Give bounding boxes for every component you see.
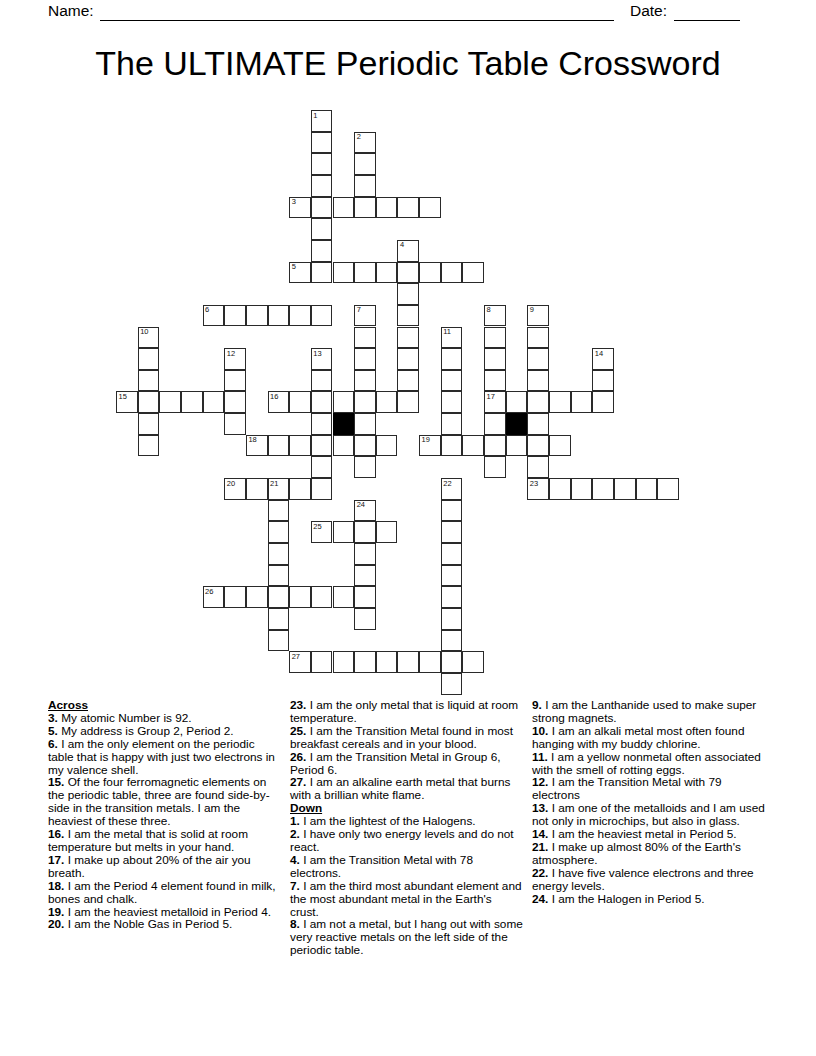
grid-cell-r25c8[interactable]: 27 xyxy=(289,651,311,673)
clue-number-label: 17. xyxy=(48,853,68,867)
grid-cell-r9c5[interactable] xyxy=(224,305,246,327)
grid-cell-r11c1[interactable] xyxy=(138,348,160,370)
header: Name: Date: xyxy=(48,2,740,21)
clue-8: 8. I am not a metal, but I hang out with… xyxy=(290,918,523,957)
grid-cell-r11c13[interactable] xyxy=(397,348,419,370)
grid-cell-r25c16[interactable] xyxy=(462,651,484,673)
grid-cell-r21c7[interactable] xyxy=(268,565,290,587)
black-cell xyxy=(506,413,528,435)
grid-cell-r14c5[interactable] xyxy=(224,413,246,435)
clue-number-3: 3 xyxy=(292,198,296,206)
grid-cell-r25c13[interactable] xyxy=(397,651,419,673)
clue-number-24: 24 xyxy=(357,501,365,509)
grid-cell-r5c9[interactable] xyxy=(311,218,333,240)
clue-15: 15. Of the four ferromagnetic elements o… xyxy=(48,776,281,828)
grid-cell-r11c11[interactable] xyxy=(354,348,376,370)
clue-number-27: 27 xyxy=(292,653,300,661)
grid-cell-r12c15[interactable] xyxy=(441,370,463,392)
grid-cell-r13c7[interactable]: 16 xyxy=(268,391,290,413)
grid-cell-r7c13[interactable] xyxy=(397,262,419,284)
grid-cell-r17c15[interactable]: 22 xyxy=(441,478,463,500)
grid-cell-r17c7[interactable]: 21 xyxy=(268,478,290,500)
clue-6: 6. I am the only element on the periodic… xyxy=(48,738,281,777)
grid-cell-r7c14[interactable] xyxy=(419,262,441,284)
clue-number-label: 22. xyxy=(532,866,552,880)
grid-cell-r12c1[interactable] xyxy=(138,370,160,392)
grid-cell-r16c19[interactable] xyxy=(527,456,549,478)
grid-cell-r7c16[interactable] xyxy=(462,262,484,284)
grid-cell-r13c2[interactable] xyxy=(159,391,181,413)
grid-cell-r26c15[interactable] xyxy=(441,673,463,695)
clue-number-label: 2. xyxy=(290,827,303,841)
clue-4: 4. I am the Transition Metal with 78 ele… xyxy=(290,854,523,880)
clue-number-label: 14. xyxy=(532,827,552,841)
grid-cell-r10c17[interactable] xyxy=(484,327,506,349)
grid-cell-r13c12[interactable] xyxy=(376,391,398,413)
grid-cell-r11c15[interactable] xyxy=(441,348,463,370)
clue-number-21: 21 xyxy=(270,480,278,488)
grid-cell-r12c22[interactable] xyxy=(592,370,614,392)
grid-cell-r17c19[interactable]: 23 xyxy=(527,478,549,500)
clue-number-14: 14 xyxy=(595,350,603,358)
clue-number-10: 10 xyxy=(140,328,148,336)
clue-number-16: 16 xyxy=(270,393,278,401)
grid-cell-r12c5[interactable] xyxy=(224,370,246,392)
grid-cell-r20c15[interactable] xyxy=(441,543,463,565)
grid-cell-r15c11[interactable] xyxy=(354,435,376,457)
clue-number-26: 26 xyxy=(205,588,213,596)
grid-cell-r16c9[interactable] xyxy=(311,456,333,478)
grid-cell-r13c10[interactable] xyxy=(333,391,355,413)
clue-9: 9. I am the Lanthanide used to make supe… xyxy=(532,699,765,725)
grid-cell-r15c16[interactable] xyxy=(462,435,484,457)
clue-number-label: 26. xyxy=(290,750,310,764)
clue-27: 27. I am an alkaline earth metal that bu… xyxy=(290,776,523,802)
clue-column-down: 9. I am the Lanthanide used to make supe… xyxy=(532,699,765,957)
grid-cell-r17c21[interactable] xyxy=(571,478,593,500)
grid-cell-r22c6[interactable] xyxy=(246,586,268,608)
grid-cell-r23c11[interactable] xyxy=(354,608,376,630)
clue-column-across: Across3. My atomic Number is 92.5. My ad… xyxy=(48,699,281,957)
grid-cell-r13c22[interactable] xyxy=(592,391,614,413)
grid-cell-r13c11[interactable] xyxy=(354,391,376,413)
clue-10: 10. I am an alkali metal most often foun… xyxy=(532,725,765,751)
grid-cell-r15c19[interactable] xyxy=(527,435,549,457)
grid-cell-r9c11[interactable]: 7 xyxy=(354,305,376,327)
clue-number-label: 21. xyxy=(532,840,552,854)
grid-cell-r22c15[interactable] xyxy=(441,586,463,608)
clue-number-label: 1. xyxy=(290,814,303,828)
grid-cell-r13c15[interactable] xyxy=(441,391,463,413)
grid-cell-r3c11[interactable] xyxy=(354,175,376,197)
grid-cell-r14c1[interactable] xyxy=(138,413,160,435)
clue-number-22: 22 xyxy=(443,480,451,488)
grid-cell-r12c19[interactable] xyxy=(527,370,549,392)
grid-cell-r11c17[interactable] xyxy=(484,348,506,370)
clue-number-label: 10. xyxy=(532,724,552,738)
clue-number-label: 12. xyxy=(532,775,552,789)
grid-cell-r25c11[interactable] xyxy=(354,651,376,673)
grid-cell-r11c5[interactable]: 12 xyxy=(224,348,246,370)
date-label: Date: xyxy=(630,2,667,21)
clue-number-13: 13 xyxy=(313,350,321,358)
grid-cell-r22c7[interactable] xyxy=(268,586,290,608)
grid-cell-r7c8[interactable]: 5 xyxy=(289,262,311,284)
grid-cell-r17c20[interactable] xyxy=(549,478,571,500)
grid-cell-r6c9[interactable] xyxy=(311,240,333,262)
grid-cell-r17c8[interactable] xyxy=(289,478,311,500)
clue-number-label: 15. xyxy=(48,775,68,789)
grid-cell-r12c17[interactable] xyxy=(484,370,506,392)
grid-cell-r22c11[interactable] xyxy=(354,586,376,608)
clue-2: 2. I have only two energy levels and do … xyxy=(290,828,523,854)
clue-number-label: 27. xyxy=(290,775,310,789)
grid-cell-r10c1[interactable]: 10 xyxy=(138,327,160,349)
clue-number-label: 24. xyxy=(532,892,552,906)
crossword-grid: 1234567891011121314151617181920212223242… xyxy=(116,110,679,695)
clue-number-label: 5. xyxy=(48,724,61,738)
grid-cell-r14c11[interactable] xyxy=(354,413,376,435)
grid-cell-r12c13[interactable] xyxy=(397,370,419,392)
grid-cell-r18c11[interactable]: 24 xyxy=(354,500,376,522)
grid-cell-r13c0[interactable]: 15 xyxy=(116,391,138,413)
grid-cell-r22c4[interactable]: 26 xyxy=(203,586,225,608)
grid-cell-r9c9[interactable] xyxy=(311,305,333,327)
grid-cell-r13c3[interactable] xyxy=(181,391,203,413)
grid-cell-r15c1[interactable] xyxy=(138,435,160,457)
grid-cell-r25c12[interactable] xyxy=(376,651,398,673)
grid-cell-r7c11[interactable] xyxy=(354,262,376,284)
grid-cell-r19c11[interactable] xyxy=(354,521,376,543)
clue-number-label: 25. xyxy=(290,724,310,738)
clue-number-5: 5 xyxy=(292,263,296,271)
clue-number-8: 8 xyxy=(487,306,491,314)
grid-cell-r13c21[interactable] xyxy=(571,391,593,413)
clue-5: 5. My address is Group 2, Period 2. xyxy=(48,725,281,738)
clue-number-label: 13. xyxy=(532,801,552,815)
grid-cell-r9c7[interactable] xyxy=(268,305,290,327)
clue-26: 26. I am the Transition Metal in Group 6… xyxy=(290,751,523,777)
clue-7: 7. I am the third most abundant element … xyxy=(290,880,523,919)
grid-cell-r9c4[interactable]: 6 xyxy=(203,305,225,327)
grid-cell-r13c17[interactable]: 17 xyxy=(484,391,506,413)
clue-number-label: 7. xyxy=(290,879,303,893)
black-cell xyxy=(333,413,355,435)
grid-cell-r16c11[interactable] xyxy=(354,456,376,478)
clue-number-label: 4. xyxy=(290,853,303,867)
clue-number-9: 9 xyxy=(530,306,534,314)
clue-number-label: 8. xyxy=(290,917,303,931)
grid-cell-r15c9[interactable] xyxy=(311,435,333,457)
grid-cell-r6c13[interactable]: 4 xyxy=(397,240,419,262)
grid-cell-r25c10[interactable] xyxy=(333,651,355,673)
grid-cell-r22c5[interactable] xyxy=(224,586,246,608)
clue-number-label: 16. xyxy=(48,827,68,841)
grid-cell-r10c19[interactable] xyxy=(527,327,549,349)
grid-cell-r17c22[interactable] xyxy=(592,478,614,500)
grid-cell-r18c7[interactable] xyxy=(268,500,290,522)
grid-cell-r7c10[interactable] xyxy=(333,262,355,284)
clue-number-15: 15 xyxy=(119,393,127,401)
grid-cell-r20c11[interactable] xyxy=(354,543,376,565)
grid-cell-r4c11[interactable] xyxy=(354,197,376,219)
grid-cell-r14c15[interactable] xyxy=(441,413,463,435)
grid-cell-r1c9[interactable] xyxy=(311,132,333,154)
grid-cell-r13c9[interactable] xyxy=(311,391,333,413)
grid-cell-r20c7[interactable] xyxy=(268,543,290,565)
clue-number-23: 23 xyxy=(530,480,538,488)
grid-cell-r25c14[interactable] xyxy=(419,651,441,673)
grid-cell-r23c7[interactable] xyxy=(268,608,290,630)
grid-cell-r9c8[interactable] xyxy=(289,305,311,327)
grid-cell-r24c7[interactable] xyxy=(268,630,290,652)
grid-cell-r17c5[interactable]: 20 xyxy=(224,478,246,500)
grid-cell-r11c9[interactable]: 13 xyxy=(311,348,333,370)
grid-cell-r9c19[interactable]: 9 xyxy=(527,305,549,327)
grid-cell-r21c15[interactable] xyxy=(441,565,463,587)
grid-cell-r13c8[interactable] xyxy=(289,391,311,413)
grid-cell-r4c12[interactable] xyxy=(376,197,398,219)
grid-cell-r19c9[interactable]: 25 xyxy=(311,521,333,543)
clue-16: 16. I am the metal that is solid at room… xyxy=(48,828,281,854)
clue-21: 21. I make up almost 80% of the Earth's … xyxy=(532,841,765,867)
clue-number-label: 9. xyxy=(532,698,545,712)
grid-cell-r9c17[interactable]: 8 xyxy=(484,305,506,327)
grid-cell-r7c15[interactable] xyxy=(441,262,463,284)
grid-cell-r12c9[interactable] xyxy=(311,370,333,392)
grid-cell-r15c8[interactable] xyxy=(289,435,311,457)
grid-cell-r15c15[interactable] xyxy=(441,435,463,457)
clue-13: 13. I am one of the metalloids and I am … xyxy=(532,802,765,828)
grid-cell-r16c17[interactable] xyxy=(484,456,506,478)
grid-cell-r18c15[interactable] xyxy=(441,500,463,522)
grid-cell-r19c10[interactable] xyxy=(333,521,355,543)
clue-12: 12. I am the Transition Metal with 79 el… xyxy=(532,776,765,802)
clue-23: 23. I am the only metal that is liquid a… xyxy=(290,699,523,725)
grid-cell-r25c9[interactable] xyxy=(311,651,333,673)
clue-number-17: 17 xyxy=(487,393,495,401)
grid-cell-r13c18[interactable] xyxy=(506,391,528,413)
clue-number-label: 11. xyxy=(532,750,551,764)
grid-cell-r2c11[interactable] xyxy=(354,153,376,175)
grid-cell-r4c10[interactable] xyxy=(333,197,355,219)
clue-number-label: 23. xyxy=(290,698,310,712)
grid-cell-r17c9[interactable] xyxy=(311,478,333,500)
clue-number-12: 12 xyxy=(227,350,235,358)
grid-cell-r15c17[interactable] xyxy=(484,435,506,457)
grid-cell-r13c4[interactable] xyxy=(203,391,225,413)
grid-cell-r15c10[interactable] xyxy=(333,435,355,457)
grid-cell-r17c25[interactable] xyxy=(657,478,679,500)
grid-cell-r8c13[interactable] xyxy=(397,283,419,305)
name-label: Name: xyxy=(48,2,94,21)
clue-number-25: 25 xyxy=(313,523,321,531)
grid-cell-r15c14[interactable]: 19 xyxy=(419,435,441,457)
clue-number-label: 18. xyxy=(48,879,68,893)
grid-cell-r10c13[interactable] xyxy=(397,327,419,349)
clue-number-20: 20 xyxy=(227,480,235,488)
clue-number-1: 1 xyxy=(313,112,317,120)
grid-cell-r15c6[interactable]: 18 xyxy=(246,435,268,457)
grid-cell-r19c7[interactable] xyxy=(268,521,290,543)
page-title: The ULTIMATE Periodic Table Crossword xyxy=(0,44,816,83)
grid-cell-r19c15[interactable] xyxy=(441,521,463,543)
grid-cell-r23c15[interactable] xyxy=(441,608,463,630)
worksheet-page: Name: Date: The ULTIMATE Periodic Table … xyxy=(0,0,816,1056)
grid-cell-r4c8[interactable]: 3 xyxy=(289,197,311,219)
clue-20: 20. I am the Noble Gas in Period 5. xyxy=(48,918,281,931)
grid-cell-r13c13[interactable] xyxy=(397,391,419,413)
clue-number-19: 19 xyxy=(422,436,430,444)
date-input-line[interactable] xyxy=(674,4,740,21)
clue-3: 3. My atomic Number is 92. xyxy=(48,712,281,725)
clue-column-middle: 23. I am the only metal that is liquid a… xyxy=(290,699,523,957)
grid-cell-r4c14[interactable] xyxy=(419,197,441,219)
grid-cell-r11c19[interactable] xyxy=(527,348,549,370)
grid-cell-r13c5[interactable] xyxy=(224,391,246,413)
grid-cell-r7c12[interactable] xyxy=(376,262,398,284)
grid-cell-r10c15[interactable]: 11 xyxy=(441,327,463,349)
grid-cell-r17c24[interactable] xyxy=(636,478,658,500)
clue-25: 25. I am the Transition Metal found in m… xyxy=(290,725,523,751)
grid-cell-r12c11[interactable] xyxy=(354,370,376,392)
grid-cell-r22c9[interactable] xyxy=(311,586,333,608)
grid-cell-r15c18[interactable] xyxy=(506,435,528,457)
clue-18: 18. I am the Period 4 element found in m… xyxy=(48,880,281,906)
grid-cell-r24c15[interactable] xyxy=(441,630,463,652)
grid-cell-r3c9[interactable] xyxy=(311,175,333,197)
clue-11: 11. I am a yellow nonmetal often associa… xyxy=(532,751,765,777)
grid-cell-r15c12[interactable] xyxy=(376,435,398,457)
grid-cell-r21c11[interactable] xyxy=(354,565,376,587)
clue-number-4: 4 xyxy=(400,241,404,249)
grid-cell-r22c10[interactable] xyxy=(333,586,355,608)
grid-cell-r14c19[interactable] xyxy=(527,413,549,435)
name-input-line[interactable] xyxy=(100,4,614,21)
grid-cell-r14c9[interactable] xyxy=(311,413,333,435)
clue-number-label: 6. xyxy=(48,737,61,751)
clue-24: 24. I am the Halogen in Period 5. xyxy=(532,893,765,906)
grid-cell-r25c15[interactable] xyxy=(441,651,463,673)
grid-cell-r9c6[interactable] xyxy=(246,305,268,327)
grid-cell-r7c9[interactable] xyxy=(311,262,333,284)
clue-number-2: 2 xyxy=(357,133,361,141)
clue-number-18: 18 xyxy=(248,436,256,444)
grid-cell-r13c20[interactable] xyxy=(549,391,571,413)
clue-number-label: 19. xyxy=(48,905,68,919)
grid-cell-r4c13[interactable] xyxy=(397,197,419,219)
grid-cell-r1c11[interactable]: 2 xyxy=(354,132,376,154)
grid-cell-r4c9[interactable] xyxy=(311,197,333,219)
clue-number-6: 6 xyxy=(205,306,209,314)
clue-22: 22. I have five valence electrons and th… xyxy=(532,867,765,893)
grid-cell-r22c8[interactable] xyxy=(289,586,311,608)
grid-cell-r19c12[interactable] xyxy=(376,521,398,543)
grid-cell-r13c19[interactable] xyxy=(527,391,549,413)
grid-cell-r15c7[interactable] xyxy=(268,435,290,457)
clue-number-label: 20. xyxy=(48,917,68,931)
grid-cell-r14c17[interactable] xyxy=(484,413,506,435)
clues-heading-across: Across xyxy=(48,699,281,712)
clues-section: Across3. My atomic Number is 92.5. My ad… xyxy=(48,699,765,957)
grid-cell-r17c23[interactable] xyxy=(614,478,636,500)
grid-cell-r10c11[interactable] xyxy=(354,327,376,349)
clue-number-label: 3. xyxy=(48,711,61,725)
clue-17: 17. I make up about 20% of the air you b… xyxy=(48,854,281,880)
clue-number-11: 11 xyxy=(443,328,451,336)
grid-cell-r15c20[interactable] xyxy=(549,435,571,457)
grid-cell-r11c22[interactable]: 14 xyxy=(592,348,614,370)
clue-number-7: 7 xyxy=(357,306,361,314)
grid-cell-r0c9[interactable]: 1 xyxy=(311,110,333,132)
grid-cell-r9c13[interactable] xyxy=(397,305,419,327)
grid-cell-r2c9[interactable] xyxy=(311,153,333,175)
grid-cell-r17c6[interactable] xyxy=(246,478,268,500)
grid-cell-r13c1[interactable] xyxy=(138,391,160,413)
